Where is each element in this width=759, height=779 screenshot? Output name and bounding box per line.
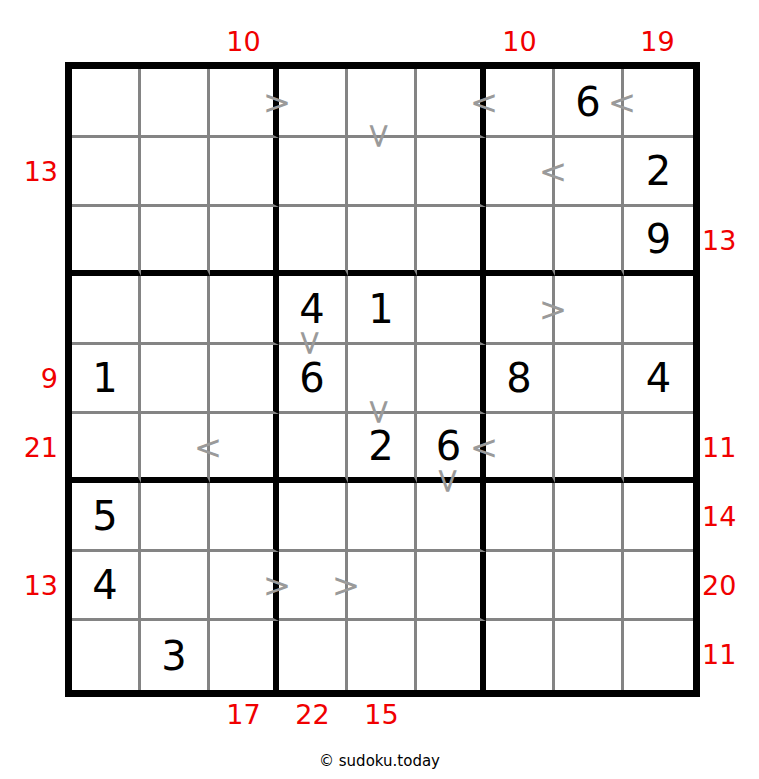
cell-r1c8[interactable]: 6 <box>555 69 624 138</box>
given-digit: 1 <box>92 358 117 398</box>
given-digit: 6 <box>299 358 324 398</box>
cell-r5c7[interactable]: 8 <box>486 345 555 414</box>
cell-r8c6[interactable] <box>417 552 486 621</box>
clue-left-r6: 21 <box>4 433 58 463</box>
cell-r8c3[interactable] <box>210 552 279 621</box>
clue-right-r7: 14 <box>702 502 756 532</box>
cell-r8c4[interactable] <box>279 552 348 621</box>
cell-r6c4[interactable] <box>279 414 348 483</box>
cell-r4c4[interactable]: 4 <box>279 276 348 345</box>
cell-r5c1[interactable]: 1 <box>72 345 141 414</box>
cell-r3c6[interactable] <box>417 207 486 276</box>
cell-r9c8[interactable] <box>555 621 624 690</box>
clue-bottom-c3: 17 <box>226 700 260 730</box>
cell-r4c2[interactable] <box>141 276 210 345</box>
cell-r1c7[interactable] <box>486 69 555 138</box>
cell-r9c9[interactable] <box>624 621 693 690</box>
cell-r5c9[interactable]: 4 <box>624 345 693 414</box>
cell-r3c8[interactable] <box>555 207 624 276</box>
cell-r5c4[interactable]: 6 <box>279 345 348 414</box>
cell-r3c9[interactable]: 9 <box>624 207 693 276</box>
given-digit: 3 <box>161 636 186 676</box>
cell-r3c2[interactable] <box>141 207 210 276</box>
clue-bottom-c4: 22 <box>295 700 329 730</box>
clue-right-r3: 13 <box>702 226 756 256</box>
cell-r9c4[interactable] <box>279 621 348 690</box>
cell-r2c1[interactable] <box>72 138 141 207</box>
cell-r2c9[interactable]: 2 <box>624 138 693 207</box>
clue-right-r8: 20 <box>702 571 756 601</box>
puzzle-page: 62941168426543><<<><<>>>>>> © sudoku.tod… <box>0 0 759 779</box>
cell-r8c5[interactable] <box>348 552 417 621</box>
cell-r3c7[interactable] <box>486 207 555 276</box>
cell-r5c8[interactable] <box>555 345 624 414</box>
cell-r1c3[interactable] <box>210 69 279 138</box>
cell-r2c8[interactable] <box>555 138 624 207</box>
cell-r2c5[interactable] <box>348 138 417 207</box>
cell-r9c6[interactable] <box>417 621 486 690</box>
cell-r1c9[interactable] <box>624 69 693 138</box>
cell-r3c5[interactable] <box>348 207 417 276</box>
clue-right-r6: 11 <box>702 433 756 463</box>
cell-r6c1[interactable] <box>72 414 141 483</box>
given-digit: 4 <box>299 289 324 329</box>
cell-r9c7[interactable] <box>486 621 555 690</box>
cell-r7c3[interactable] <box>210 483 279 552</box>
cell-r2c6[interactable] <box>417 138 486 207</box>
cell-r6c3[interactable] <box>210 414 279 483</box>
sudoku-board: 62941168426543><<<><<>>>>>> <box>65 62 700 697</box>
clue-left-r2: 13 <box>4 157 58 187</box>
cell-r4c8[interactable] <box>555 276 624 345</box>
given-digit: 6 <box>575 82 600 122</box>
clue-right-r9: 11 <box>702 640 756 670</box>
clue-bottom-c5: 15 <box>364 700 398 730</box>
cell-r6c7[interactable] <box>486 414 555 483</box>
cell-r7c7[interactable] <box>486 483 555 552</box>
given-digit: 6 <box>436 426 461 466</box>
given-digit: 4 <box>646 358 671 398</box>
cell-r1c6[interactable] <box>417 69 486 138</box>
cell-r7c9[interactable] <box>624 483 693 552</box>
cell-r1c4[interactable] <box>279 69 348 138</box>
cell-r8c2[interactable] <box>141 552 210 621</box>
cell-r8c7[interactable] <box>486 552 555 621</box>
cell-r5c5[interactable] <box>348 345 417 414</box>
cell-r4c1[interactable] <box>72 276 141 345</box>
given-digit: 1 <box>368 289 393 329</box>
cell-r6c6[interactable]: 6 <box>417 414 486 483</box>
cell-r9c3[interactable] <box>210 621 279 690</box>
cell-r7c2[interactable] <box>141 483 210 552</box>
cell-r6c2[interactable] <box>141 414 210 483</box>
cell-r2c4[interactable] <box>279 138 348 207</box>
clue-top-c7: 10 <box>502 27 536 57</box>
given-digit: 9 <box>646 219 671 259</box>
cell-r6c9[interactable] <box>624 414 693 483</box>
clue-left-r8: 13 <box>4 571 58 601</box>
cell-r8c8[interactable] <box>555 552 624 621</box>
cell-r4c9[interactable] <box>624 276 693 345</box>
cell-r1c5[interactable] <box>348 69 417 138</box>
cell-r6c8[interactable] <box>555 414 624 483</box>
copyright-text: © sudoku.today <box>0 752 759 770</box>
cell-r2c2[interactable] <box>141 138 210 207</box>
cell-r7c6[interactable] <box>417 483 486 552</box>
cell-r4c6[interactable] <box>417 276 486 345</box>
cell-r7c8[interactable] <box>555 483 624 552</box>
given-digit: 5 <box>92 496 117 536</box>
cell-r1c1[interactable] <box>72 69 141 138</box>
cell-r7c1[interactable]: 5 <box>72 483 141 552</box>
cell-r5c3[interactable] <box>210 345 279 414</box>
cell-r8c9[interactable] <box>624 552 693 621</box>
cell-r3c4[interactable] <box>279 207 348 276</box>
cell-r1c2[interactable] <box>141 69 210 138</box>
cell-r4c7[interactable] <box>486 276 555 345</box>
cell-r3c3[interactable] <box>210 207 279 276</box>
cell-r7c4[interactable] <box>279 483 348 552</box>
given-digit: 2 <box>368 426 393 466</box>
given-digit: 4 <box>92 565 117 605</box>
cell-r4c3[interactable] <box>210 276 279 345</box>
cell-r3c1[interactable] <box>72 207 141 276</box>
cell-r2c3[interactable] <box>210 138 279 207</box>
clue-top-c9: 19 <box>640 27 674 57</box>
given-digit: 8 <box>506 358 531 398</box>
cell-r5c6[interactable] <box>417 345 486 414</box>
clue-top-c3: 10 <box>226 27 260 57</box>
cell-r9c1[interactable] <box>72 621 141 690</box>
cell-r9c2[interactable]: 3 <box>141 621 210 690</box>
cell-r4c5[interactable]: 1 <box>348 276 417 345</box>
clue-left-r5: 9 <box>4 364 58 394</box>
cell-r8c1[interactable]: 4 <box>72 552 141 621</box>
cell-r9c5[interactable] <box>348 621 417 690</box>
given-digit: 2 <box>646 151 671 191</box>
cell-r6c5[interactable]: 2 <box>348 414 417 483</box>
cell-r2c7[interactable] <box>486 138 555 207</box>
cell-r7c5[interactable] <box>348 483 417 552</box>
cell-r5c2[interactable] <box>141 345 210 414</box>
